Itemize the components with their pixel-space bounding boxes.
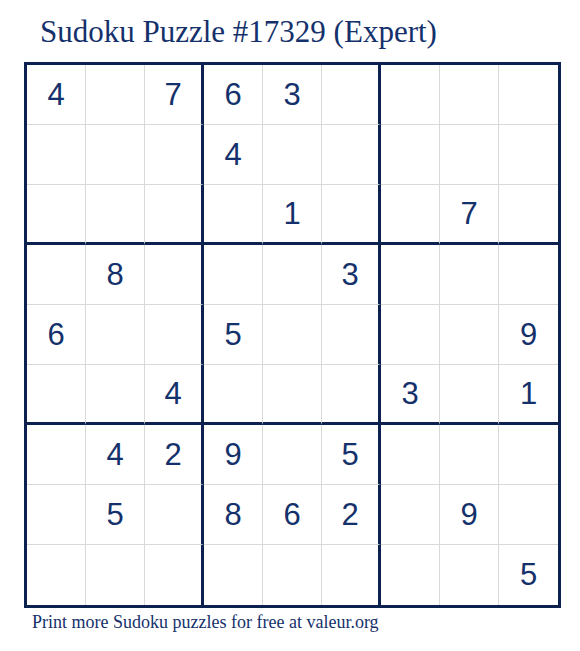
cell-r3c5[interactable]: 1: [263, 185, 322, 245]
cell-r1c4[interactable]: 6: [204, 65, 263, 125]
cell-r7c9[interactable]: [499, 425, 558, 485]
cell-r6c9[interactable]: 1: [499, 365, 558, 425]
cell-r2c1[interactable]: [27, 125, 86, 185]
cell-r8c3[interactable]: [145, 485, 204, 545]
footer-text: Print more Sudoku puzzles for free at va…: [32, 612, 379, 633]
cell-r8c7[interactable]: [381, 485, 440, 545]
page-title: Sudoku Puzzle #17329 (Expert): [40, 14, 437, 50]
cell-r6c4[interactable]: [204, 365, 263, 425]
cell-r4c9[interactable]: [499, 245, 558, 305]
cell-r4c3[interactable]: [145, 245, 204, 305]
cell-r6c2[interactable]: [86, 365, 145, 425]
cell-r4c8[interactable]: [440, 245, 499, 305]
cell-r7c6[interactable]: 5: [322, 425, 381, 485]
cell-r4c7[interactable]: [381, 245, 440, 305]
cell-r6c1[interactable]: [27, 365, 86, 425]
cell-r1c3[interactable]: 7: [145, 65, 204, 125]
cell-r5c1[interactable]: 6: [27, 305, 86, 365]
cell-r2c2[interactable]: [86, 125, 145, 185]
cell-r1c5[interactable]: 3: [263, 65, 322, 125]
cell-r8c4[interactable]: 8: [204, 485, 263, 545]
cell-r5c4[interactable]: 5: [204, 305, 263, 365]
cell-r5c6[interactable]: [322, 305, 381, 365]
cell-r7c7[interactable]: [381, 425, 440, 485]
cell-r8c8[interactable]: 9: [440, 485, 499, 545]
cell-r8c2[interactable]: 5: [86, 485, 145, 545]
cell-r2c9[interactable]: [499, 125, 558, 185]
cell-r2c8[interactable]: [440, 125, 499, 185]
cell-r8c1[interactable]: [27, 485, 86, 545]
cell-r9c4[interactable]: [204, 545, 263, 605]
cell-r5c7[interactable]: [381, 305, 440, 365]
cell-r3c4[interactable]: [204, 185, 263, 245]
cell-r1c2[interactable]: [86, 65, 145, 125]
cell-r1c1[interactable]: 4: [27, 65, 86, 125]
sudoku-board: 4763417836594314295586295: [24, 62, 561, 608]
cell-r4c1[interactable]: [27, 245, 86, 305]
cell-r9c6[interactable]: [322, 545, 381, 605]
cell-r7c1[interactable]: [27, 425, 86, 485]
cell-r5c5[interactable]: [263, 305, 322, 365]
cell-r5c2[interactable]: [86, 305, 145, 365]
cell-r1c7[interactable]: [381, 65, 440, 125]
cell-r1c9[interactable]: [499, 65, 558, 125]
cell-r6c5[interactable]: [263, 365, 322, 425]
cell-r7c8[interactable]: [440, 425, 499, 485]
cell-r6c7[interactable]: 3: [381, 365, 440, 425]
cell-r8c9[interactable]: [499, 485, 558, 545]
cell-r9c9[interactable]: 5: [499, 545, 558, 605]
cell-r1c8[interactable]: [440, 65, 499, 125]
cell-r3c3[interactable]: [145, 185, 204, 245]
cell-r2c3[interactable]: [145, 125, 204, 185]
cell-r8c6[interactable]: 2: [322, 485, 381, 545]
cell-r6c3[interactable]: 4: [145, 365, 204, 425]
cell-r3c8[interactable]: 7: [440, 185, 499, 245]
cell-r7c4[interactable]: 9: [204, 425, 263, 485]
cell-r2c5[interactable]: [263, 125, 322, 185]
cell-r8c5[interactable]: 6: [263, 485, 322, 545]
cell-r9c1[interactable]: [27, 545, 86, 605]
cell-r5c9[interactable]: 9: [499, 305, 558, 365]
cell-r7c2[interactable]: 4: [86, 425, 145, 485]
cell-r5c3[interactable]: [145, 305, 204, 365]
cell-r1c6[interactable]: [322, 65, 381, 125]
cell-r4c2[interactable]: 8: [86, 245, 145, 305]
cell-r9c5[interactable]: [263, 545, 322, 605]
cell-r6c6[interactable]: [322, 365, 381, 425]
cell-r4c4[interactable]: [204, 245, 263, 305]
cell-r2c6[interactable]: [322, 125, 381, 185]
cell-r9c2[interactable]: [86, 545, 145, 605]
cell-r9c7[interactable]: [381, 545, 440, 605]
cell-r4c6[interactable]: 3: [322, 245, 381, 305]
cell-r2c4[interactable]: 4: [204, 125, 263, 185]
cell-r3c9[interactable]: [499, 185, 558, 245]
cell-r3c7[interactable]: [381, 185, 440, 245]
cell-r7c3[interactable]: 2: [145, 425, 204, 485]
cell-r6c8[interactable]: [440, 365, 499, 425]
cell-r2c7[interactable]: [381, 125, 440, 185]
cell-r9c3[interactable]: [145, 545, 204, 605]
cell-r7c5[interactable]: [263, 425, 322, 485]
cell-r3c6[interactable]: [322, 185, 381, 245]
cell-r4c5[interactable]: [263, 245, 322, 305]
cell-r9c8[interactable]: [440, 545, 499, 605]
cell-r5c8[interactable]: [440, 305, 499, 365]
cell-r3c1[interactable]: [27, 185, 86, 245]
cell-r3c2[interactable]: [86, 185, 145, 245]
